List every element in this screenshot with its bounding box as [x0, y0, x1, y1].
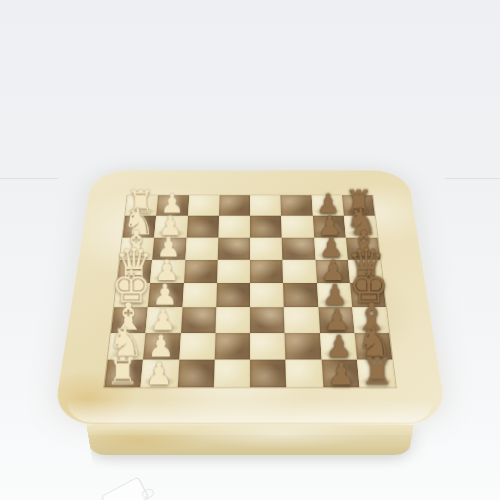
square [184, 260, 218, 283]
piece-shadow [315, 229, 344, 237]
piece-shadow [116, 298, 147, 307]
piece-shadow [344, 208, 373, 216]
square [215, 307, 250, 332]
square [250, 260, 283, 283]
square: ♟ [141, 359, 179, 387]
square: ♟ [320, 333, 357, 360]
square: ♜ [125, 195, 158, 216]
square: ♝ [352, 307, 389, 332]
square: ♟ [143, 333, 180, 360]
square [214, 333, 250, 360]
square [281, 195, 313, 216]
scene: ♜♟♟♜♞♟♟♞♝♟♟♝♛♟♟♛♚♟♟♚♝♟♟♝♞♟♟♞♜♟♟♜ [0, 0, 500, 500]
square [177, 359, 214, 387]
square: ♛ [348, 260, 383, 283]
square [283, 260, 317, 283]
square: ♝ [346, 237, 381, 259]
chess-board-slab: ♜♟♟♜♞♟♟♞♝♟♟♝♛♟♟♛♚♟♟♚♝♟♟♝♞♟♟♞♜♟♟♜ [52, 171, 447, 425]
square: ♟ [321, 359, 359, 387]
piece-shadow [124, 229, 153, 237]
square: ♞ [354, 333, 392, 360]
board-grid: ♜♟♟♜♞♟♟♞♝♟♟♝♛♟♟♛♚♟♟♚♝♟♟♝♞♟♟♞♜♟♟♜ [104, 195, 395, 387]
piece-shadow [355, 323, 387, 332]
price-tag [104, 479, 164, 500]
piece-shadow [143, 376, 176, 386]
square [250, 359, 286, 387]
square [216, 283, 250, 307]
piece-shadow [158, 208, 187, 216]
square [250, 307, 285, 332]
square: ♛ [117, 260, 152, 283]
square: ♜ [104, 359, 143, 387]
piece-shadow [324, 376, 357, 386]
square [180, 307, 216, 332]
square: ♜ [357, 359, 396, 387]
square [179, 333, 215, 360]
square: ♟ [152, 237, 186, 259]
piece-shadow [353, 298, 384, 307]
square [281, 216, 314, 237]
white-queen: ♛ [103, 243, 163, 285]
piece-shadow [313, 208, 342, 216]
piece-shadow [122, 251, 152, 259]
square [217, 260, 250, 283]
square [284, 307, 320, 332]
piece-shadow [150, 298, 181, 307]
square [182, 283, 217, 307]
slab-front-edge [86, 425, 413, 456]
piece-shadow [106, 376, 140, 386]
square: ♜ [342, 195, 375, 216]
piece-shadow [346, 229, 375, 237]
square: ♝ [120, 237, 155, 259]
piece-shadow [316, 251, 346, 259]
square: ♟ [148, 283, 183, 307]
piece-shadow [152, 274, 183, 283]
square: ♟ [318, 307, 354, 332]
square: ♟ [311, 195, 343, 216]
square: ♟ [315, 260, 350, 283]
square: ♝ [111, 307, 148, 332]
square [219, 195, 250, 216]
piece-shadow [127, 208, 156, 216]
piece-shadow [360, 376, 394, 386]
square [250, 195, 281, 216]
square [218, 216, 250, 237]
piece-shadow [145, 349, 178, 359]
square [250, 216, 282, 237]
brown-queen: ♛ [337, 243, 397, 285]
piece-shadow [319, 298, 350, 307]
piece-shadow [147, 323, 179, 332]
square: ♚ [114, 283, 150, 307]
square [283, 283, 318, 307]
square [285, 333, 321, 360]
piece-shadow [357, 349, 390, 359]
piece-shadow [156, 229, 185, 237]
square [186, 216, 219, 237]
piece-shadow [348, 251, 378, 259]
square: ♚ [350, 283, 386, 307]
piece-shadow [119, 274, 150, 283]
square: ♞ [344, 216, 378, 237]
square: ♟ [312, 216, 345, 237]
piece-shadow [351, 274, 382, 283]
square [214, 359, 250, 387]
piece-shadow [154, 251, 184, 259]
square: ♞ [108, 333, 146, 360]
square [188, 195, 220, 216]
square: ♟ [150, 260, 185, 283]
square [250, 333, 286, 360]
square [250, 283, 284, 307]
square [282, 237, 315, 259]
square: ♟ [314, 237, 348, 259]
square [217, 237, 250, 259]
piece-shadow [113, 323, 145, 332]
square [185, 237, 218, 259]
square: ♟ [146, 307, 182, 332]
piece-shadow [321, 323, 353, 332]
square: ♟ [156, 195, 188, 216]
square [250, 237, 283, 259]
square: ♞ [123, 216, 157, 237]
square [286, 359, 323, 387]
square: ♟ [154, 216, 187, 237]
piece-shadow [318, 274, 349, 283]
square: ♟ [317, 283, 352, 307]
piece-shadow [110, 349, 143, 359]
piece-shadow [322, 349, 355, 359]
